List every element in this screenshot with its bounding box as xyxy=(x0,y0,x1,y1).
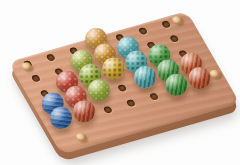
hole-r1c6[interactable] xyxy=(137,27,147,35)
orange-ball[interactable] xyxy=(189,67,211,89)
green-ball[interactable] xyxy=(165,74,187,96)
corner-peg-4 xyxy=(74,132,87,143)
teal-ball[interactable] xyxy=(134,66,156,88)
orange-red-ball[interactable] xyxy=(73,100,95,122)
hole-grid xyxy=(11,14,215,134)
blue-ball[interactable] xyxy=(50,107,72,129)
hole-r5c4[interactable] xyxy=(125,99,135,107)
yellow-ball[interactable] xyxy=(102,58,124,80)
board xyxy=(8,11,240,155)
hole-r4c4[interactable] xyxy=(117,84,127,92)
pegboard-photo xyxy=(0,0,240,165)
hole-r5c3[interactable] xyxy=(102,106,112,114)
hole-r2c7[interactable] xyxy=(169,35,179,43)
hole-r5c5[interactable] xyxy=(148,92,158,100)
hole-r1c2[interactable] xyxy=(45,53,55,61)
hole-r1c7[interactable] xyxy=(160,20,170,28)
hole-r2c1[interactable] xyxy=(30,75,40,83)
yellow-green-ball[interactable] xyxy=(88,79,110,101)
